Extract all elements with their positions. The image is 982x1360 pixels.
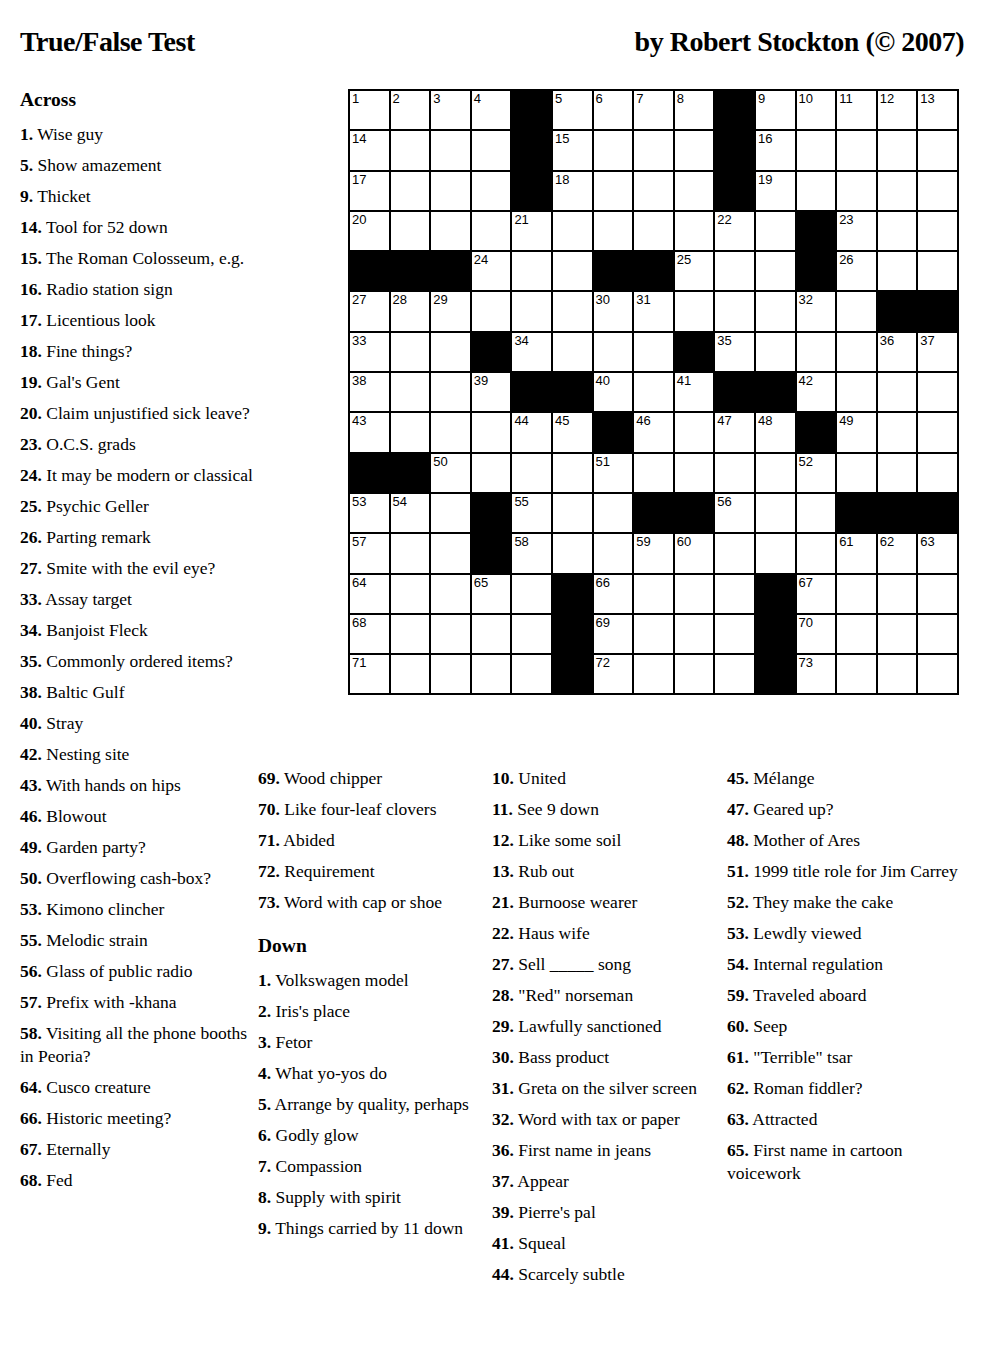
grid-cell[interactable] — [918, 212, 957, 250]
grid-cell[interactable] — [878, 575, 917, 613]
grid-cell[interactable]: 70 — [797, 615, 836, 653]
cell-number: 55 — [514, 494, 528, 509]
grid-cell[interactable] — [878, 252, 917, 290]
grid-cell[interactable]: 60 — [675, 534, 714, 572]
grid-cell[interactable]: 20 — [350, 212, 389, 250]
grid-cell[interactable] — [512, 575, 551, 613]
grid-cell[interactable] — [675, 575, 714, 613]
clue-number: 42. — [20, 744, 42, 764]
grid-cell[interactable]: 49 — [837, 413, 876, 451]
grid-cell[interactable] — [675, 212, 714, 250]
grid-cell[interactable] — [715, 615, 754, 653]
grid-cell[interactable]: 26 — [837, 252, 876, 290]
grid-cell[interactable] — [472, 454, 511, 492]
black-cell — [797, 212, 836, 250]
grid-cell[interactable] — [553, 252, 592, 290]
cell-number: 7 — [636, 91, 643, 106]
clue-across-27: 27. Smite with the evil eye? — [20, 557, 255, 580]
grid-cell[interactable] — [431, 333, 470, 371]
grid-cell[interactable] — [675, 172, 714, 210]
grid-cell[interactable]: 12 — [878, 91, 917, 129]
grid-cell[interactable] — [918, 373, 957, 411]
grid-cell[interactable] — [391, 575, 430, 613]
grid-cell[interactable] — [756, 494, 795, 532]
grid-cell[interactable]: 68 — [350, 615, 389, 653]
grid-cell[interactable] — [918, 454, 957, 492]
clue-number: 62. — [727, 1078, 749, 1098]
cell-number: 42 — [799, 373, 813, 388]
grid-cell[interactable] — [512, 454, 551, 492]
grid-cell[interactable] — [918, 172, 957, 210]
grid-cell[interactable] — [431, 212, 470, 250]
grid-cell[interactable] — [878, 172, 917, 210]
cell-number: 64 — [352, 575, 366, 590]
grid-cell[interactable]: 35 — [715, 333, 754, 371]
grid-cell[interactable] — [756, 333, 795, 371]
clue-number: 26. — [20, 527, 42, 547]
black-cell — [715, 373, 754, 411]
grid-cell[interactable]: 69 — [594, 615, 633, 653]
grid-cell[interactable]: 64 — [350, 575, 389, 613]
grid-cell[interactable] — [472, 655, 511, 693]
grid-cell[interactable]: 30 — [594, 292, 633, 330]
grid-cell[interactable] — [594, 333, 633, 371]
clue-number: 63. — [727, 1109, 749, 1129]
cell-number: 16 — [758, 131, 772, 146]
grid-cell[interactable] — [512, 655, 551, 693]
clue-column-2: 69. Wood chipper70. Like four-leaf clove… — [258, 767, 470, 1248]
cell-number: 43 — [352, 413, 366, 428]
grid-cell[interactable] — [634, 615, 673, 653]
grid-cell[interactable] — [472, 212, 511, 250]
cell-number: 30 — [596, 292, 610, 307]
clue-across-14: 14. Tool for 52 down — [20, 216, 255, 239]
clue-number: 22. — [492, 923, 514, 943]
clue-number: 54. — [727, 954, 749, 974]
grid-cell[interactable]: 8 — [675, 91, 714, 129]
clue-down-59: 59. Traveled aboard — [727, 984, 965, 1007]
grid-cell[interactable] — [837, 292, 876, 330]
grid-cell[interactable] — [918, 252, 957, 290]
grid-cell[interactable]: 43 — [350, 413, 389, 451]
grid-cell[interactable] — [878, 615, 917, 653]
clue-number: 73. — [258, 892, 280, 912]
black-cell — [512, 131, 551, 169]
grid-cell[interactable]: 65 — [472, 575, 511, 613]
clue-across-40: 40. Stray — [20, 712, 255, 735]
grid-cell[interactable] — [756, 252, 795, 290]
grid-cell[interactable] — [715, 575, 754, 613]
grid-cell[interactable]: 27 — [350, 292, 389, 330]
clue-number: 69. — [258, 768, 280, 788]
grid-cell[interactable]: 63 — [918, 534, 957, 572]
grid-cell[interactable] — [553, 454, 592, 492]
grid-cell[interactable] — [431, 494, 470, 532]
grid-cell[interactable]: 59 — [634, 534, 673, 572]
grid-cell[interactable] — [797, 172, 836, 210]
cell-number: 65 — [474, 575, 488, 590]
grid-cell[interactable] — [918, 413, 957, 451]
cell-number: 71 — [352, 655, 366, 670]
black-cell — [715, 131, 754, 169]
grid-cell[interactable] — [594, 172, 633, 210]
grid-cell[interactable]: 57 — [350, 534, 389, 572]
grid-cell[interactable] — [391, 131, 430, 169]
clue-number: 19. — [20, 372, 42, 392]
clue-number: 7. — [258, 1156, 271, 1176]
clue-down-13: 13. Rub out — [492, 860, 710, 883]
clue-number: 55. — [20, 930, 42, 950]
grid-cell[interactable]: 67 — [797, 575, 836, 613]
clue-number: 50. — [20, 868, 42, 888]
clue-number: 44. — [492, 1264, 514, 1284]
clue-across-58: 58. Visiting all the phone booths in Peo… — [20, 1022, 255, 1068]
grid-cell[interactable] — [431, 575, 470, 613]
clue-across-19: 19. Gal's Gent — [20, 371, 255, 394]
grid-cell[interactable]: 45 — [553, 413, 592, 451]
grid-cell[interactable] — [756, 292, 795, 330]
cell-number: 62 — [880, 534, 894, 549]
grid-cell[interactable]: 13 — [918, 91, 957, 129]
clue-number: 66. — [20, 1108, 42, 1128]
grid-cell[interactable] — [391, 212, 430, 250]
grid-cell[interactable] — [391, 534, 430, 572]
clue-number: 35. — [20, 651, 42, 671]
clue-number: 18. — [20, 341, 42, 361]
clue-down-47: 47. Geared up? — [727, 798, 965, 821]
grid-cell[interactable] — [756, 534, 795, 572]
black-cell — [634, 494, 673, 532]
grid-cell[interactable]: 62 — [878, 534, 917, 572]
cell-number: 39 — [474, 373, 488, 388]
cell-number: 51 — [596, 454, 610, 469]
grid-cell[interactable]: 56 — [715, 494, 754, 532]
grid-cell[interactable]: 11 — [837, 91, 876, 129]
grid-cell[interactable]: 7 — [634, 91, 673, 129]
grid-cell[interactable] — [472, 172, 511, 210]
grid-cell[interactable]: 51 — [594, 454, 633, 492]
cell-number: 47 — [717, 413, 731, 428]
clue-number: 15. — [20, 248, 42, 268]
grid-cell[interactable] — [472, 131, 511, 169]
grid-cell[interactable] — [553, 212, 592, 250]
grid-cell[interactable]: 48 — [756, 413, 795, 451]
grid-cell[interactable]: 55 — [512, 494, 551, 532]
grid-cell[interactable]: 72 — [594, 655, 633, 693]
grid-cell[interactable]: 33 — [350, 333, 389, 371]
clue-across-25: 25. Psychic Geller — [20, 495, 255, 518]
grid-cell[interactable] — [837, 373, 876, 411]
grid-cell[interactable]: 44 — [512, 413, 551, 451]
grid-cell[interactable] — [431, 131, 470, 169]
grid-cell[interactable]: 52 — [797, 454, 836, 492]
clue-across-53: 53. Kimono clincher — [20, 898, 255, 921]
clue-down-53: 53. Lewdly viewed — [727, 922, 965, 945]
grid-cell[interactable] — [878, 212, 917, 250]
grid-cell[interactable] — [391, 333, 430, 371]
clue-number: 11. — [492, 799, 513, 819]
cell-number: 58 — [514, 534, 528, 549]
black-cell — [878, 494, 917, 532]
clue-number: 16. — [20, 279, 42, 299]
clue-across-35: 35. Commonly ordered items? — [20, 650, 255, 673]
clue-number: 68. — [20, 1170, 42, 1190]
grid-cell[interactable]: 31 — [634, 292, 673, 330]
grid-cell[interactable]: 25 — [675, 252, 714, 290]
grid-cell[interactable] — [431, 534, 470, 572]
grid-cell[interactable]: 37 — [918, 333, 957, 371]
clue-down-29: 29. Lawfully sanctioned — [492, 1015, 710, 1038]
grid-cell[interactable]: 46 — [634, 413, 673, 451]
grid-cell[interactable]: 73 — [797, 655, 836, 693]
grid-cell[interactable]: 4 — [472, 91, 511, 129]
grid-cell[interactable]: 5 — [553, 91, 592, 129]
grid-cell[interactable] — [837, 615, 876, 653]
black-cell — [675, 333, 714, 371]
grid-cell[interactable] — [553, 292, 592, 330]
clue-across-57: 57. Prefix with -khana — [20, 991, 255, 1014]
grid-cell[interactable] — [634, 212, 673, 250]
clue-number: 70. — [258, 799, 280, 819]
down-header: Down — [258, 934, 470, 958]
grid-cell[interactable]: 34 — [512, 333, 551, 371]
black-cell — [553, 655, 592, 693]
grid-cell[interactable] — [715, 252, 754, 290]
cell-number: 12 — [880, 91, 894, 106]
grid-cell[interactable]: 23 — [837, 212, 876, 250]
clue-down-45: 45. Mélange — [727, 767, 965, 790]
grid-cell[interactable]: 42 — [797, 373, 836, 411]
clue-column-4: 45. Mélange47. Geared up?48. Mother of A… — [727, 767, 965, 1193]
grid-cell[interactable] — [797, 494, 836, 532]
cell-number: 50 — [433, 454, 447, 469]
grid-cell[interactable] — [594, 534, 633, 572]
grid-cell[interactable]: 24 — [472, 252, 511, 290]
clue-number: 13. — [492, 861, 514, 881]
grid-cell[interactable] — [837, 575, 876, 613]
grid-cell[interactable] — [675, 615, 714, 653]
grid-cell[interactable]: 54 — [391, 494, 430, 532]
grid-cell[interactable] — [675, 292, 714, 330]
grid-cell[interactable] — [391, 172, 430, 210]
clue-down-8: 8. Supply with spirit — [258, 1186, 470, 1209]
grid-cell[interactable] — [878, 131, 917, 169]
grid-cell[interactable] — [837, 655, 876, 693]
clue-across-20: 20. Claim unjustified sick leave? — [20, 402, 255, 425]
grid-cell[interactable] — [391, 615, 430, 653]
grid-cell[interactable] — [797, 131, 836, 169]
puzzle-byline: by Robert Stockton (© 2007) — [635, 26, 964, 58]
black-cell — [391, 454, 430, 492]
clue-across-17: 17. Licentious look — [20, 309, 255, 332]
grid-cell[interactable] — [594, 131, 633, 169]
grid-cell[interactable]: 32 — [797, 292, 836, 330]
clue-down-32: 32. Word with tax or paper — [492, 1108, 710, 1131]
black-cell — [797, 252, 836, 290]
grid-cell[interactable] — [553, 534, 592, 572]
grid-cell[interactable] — [837, 172, 876, 210]
grid-cell[interactable]: 36 — [878, 333, 917, 371]
cell-number: 19 — [758, 172, 772, 187]
black-cell — [918, 494, 957, 532]
grid-cell[interactable] — [797, 333, 836, 371]
grid-cell[interactable] — [634, 172, 673, 210]
clue-number: 25. — [20, 496, 42, 516]
grid-cell[interactable] — [472, 615, 511, 653]
grid-cell[interactable] — [472, 292, 511, 330]
grid-cell[interactable] — [675, 655, 714, 693]
grid-cell[interactable]: 2 — [391, 91, 430, 129]
grid-cell[interactable] — [878, 413, 917, 451]
clue-down-31: 31. Greta on the silver screen — [492, 1077, 710, 1100]
clue-down-37: 37. Appear — [492, 1170, 710, 1193]
clue-down-62: 62. Roman fiddler? — [727, 1077, 965, 1100]
grid-cell[interactable] — [715, 655, 754, 693]
black-cell — [594, 413, 633, 451]
grid-cell[interactable] — [756, 212, 795, 250]
black-cell — [553, 575, 592, 613]
grid-cell[interactable] — [675, 131, 714, 169]
grid-cell[interactable]: 15 — [553, 131, 592, 169]
grid-cell[interactable]: 10 — [797, 91, 836, 129]
cell-number: 33 — [352, 333, 366, 348]
grid-cell[interactable] — [715, 292, 754, 330]
grid-cell[interactable]: 1 — [350, 91, 389, 129]
grid-cell[interactable] — [634, 655, 673, 693]
black-cell — [756, 615, 795, 653]
grid-cell[interactable]: 39 — [472, 373, 511, 411]
grid-cell[interactable] — [878, 655, 917, 693]
clue-across-55: 55. Melodic strain — [20, 929, 255, 952]
grid-cell[interactable] — [553, 494, 592, 532]
grid-cell[interactable]: 28 — [391, 292, 430, 330]
grid-cell[interactable] — [878, 373, 917, 411]
grid-cell[interactable] — [431, 172, 470, 210]
grid-cell[interactable]: 3 — [431, 91, 470, 129]
grid-cell[interactable] — [391, 413, 430, 451]
grid-cell[interactable] — [634, 333, 673, 371]
grid-cell[interactable] — [512, 292, 551, 330]
cell-number: 20 — [352, 212, 366, 227]
clue-down-12: 12. Like some soil — [492, 829, 710, 852]
cell-number: 8 — [677, 91, 684, 106]
grid-cell[interactable]: 29 — [431, 292, 470, 330]
cell-number: 6 — [596, 91, 603, 106]
grid-cell[interactable] — [512, 615, 551, 653]
grid-cell[interactable]: 50 — [431, 454, 470, 492]
grid-cell[interactable] — [431, 615, 470, 653]
grid-cell[interactable] — [918, 615, 957, 653]
grid-cell[interactable] — [878, 454, 917, 492]
black-cell — [756, 575, 795, 613]
clue-number: 21. — [492, 892, 514, 912]
grid-cell[interactable] — [675, 454, 714, 492]
grid-cell[interactable] — [512, 252, 551, 290]
black-cell — [634, 252, 673, 290]
grid-cell[interactable] — [391, 373, 430, 411]
clue-number: 5. — [258, 1094, 271, 1114]
grid-cell[interactable] — [837, 454, 876, 492]
grid-cell[interactable] — [715, 454, 754, 492]
grid-cell[interactable]: 58 — [512, 534, 551, 572]
clue-number: 48. — [727, 830, 749, 850]
clue-number: 72. — [258, 861, 280, 881]
clue-across-66: 66. Historic meeting? — [20, 1107, 255, 1130]
grid-cell[interactable] — [837, 333, 876, 371]
cell-number: 52 — [799, 454, 813, 469]
clue-number: 39. — [492, 1202, 514, 1222]
clue-down-5: 5. Arrange by quality, perhaps — [258, 1093, 470, 1116]
clue-across-49: 49. Garden party? — [20, 836, 255, 859]
grid-cell[interactable] — [675, 413, 714, 451]
grid-cell[interactable] — [918, 131, 957, 169]
grid-cell[interactable] — [918, 575, 957, 613]
grid-cell[interactable]: 18 — [553, 172, 592, 210]
grid-cell[interactable]: 19 — [756, 172, 795, 210]
grid-cell[interactable] — [391, 655, 430, 693]
grid-cell[interactable]: 22 — [715, 212, 754, 250]
grid-cell[interactable] — [594, 212, 633, 250]
clue-number: 9. — [258, 1218, 271, 1238]
grid-cell[interactable] — [431, 413, 470, 451]
clue-across-38: 38. Baltic Gulf — [20, 681, 255, 704]
grid-cell[interactable] — [553, 333, 592, 371]
cell-number: 4 — [474, 91, 481, 106]
grid-cell[interactable] — [634, 454, 673, 492]
grid-cell[interactable]: 53 — [350, 494, 389, 532]
grid-cell[interactable]: 16 — [756, 131, 795, 169]
clue-number: 56. — [20, 961, 42, 981]
clue-number: 20. — [20, 403, 42, 423]
grid-cell[interactable] — [472, 413, 511, 451]
grid-cell[interactable] — [837, 131, 876, 169]
grid-cell[interactable] — [634, 575, 673, 613]
grid-cell[interactable] — [431, 373, 470, 411]
grid-cell[interactable] — [756, 454, 795, 492]
grid-cell[interactable]: 71 — [350, 655, 389, 693]
grid-cell[interactable] — [918, 655, 957, 693]
grid-cell[interactable]: 61 — [837, 534, 876, 572]
clue-number: 24. — [20, 465, 42, 485]
grid-cell[interactable] — [431, 655, 470, 693]
cell-number: 53 — [352, 494, 366, 509]
grid-cell[interactable] — [634, 373, 673, 411]
clue-down-27: 27. Sell _____ song — [492, 953, 710, 976]
grid-cell[interactable]: 47 — [715, 413, 754, 451]
grid-cell[interactable]: 17 — [350, 172, 389, 210]
grid-cell[interactable]: 6 — [594, 91, 633, 129]
clue-number: 10. — [492, 768, 514, 788]
across-clues-part1: 1. Wise guy5. Show amazement9. Thicket14… — [20, 123, 255, 1192]
cell-number: 11 — [839, 91, 853, 106]
black-cell — [512, 172, 551, 210]
grid-cell[interactable]: 66 — [594, 575, 633, 613]
grid-cell[interactable] — [594, 494, 633, 532]
grid-cell[interactable] — [797, 534, 836, 572]
cell-number: 26 — [839, 252, 853, 267]
cell-number: 54 — [393, 494, 407, 509]
grid-cell[interactable]: 41 — [675, 373, 714, 411]
grid-cell[interactable] — [634, 131, 673, 169]
grid-cell[interactable]: 38 — [350, 373, 389, 411]
grid-cell[interactable]: 40 — [594, 373, 633, 411]
black-cell — [350, 252, 389, 290]
grid-cell[interactable] — [715, 534, 754, 572]
clue-across-67: 67. Eternally — [20, 1138, 255, 1161]
grid-cell[interactable]: 21 — [512, 212, 551, 250]
grid-cell[interactable]: 14 — [350, 131, 389, 169]
grid-cell[interactable]: 9 — [756, 91, 795, 129]
